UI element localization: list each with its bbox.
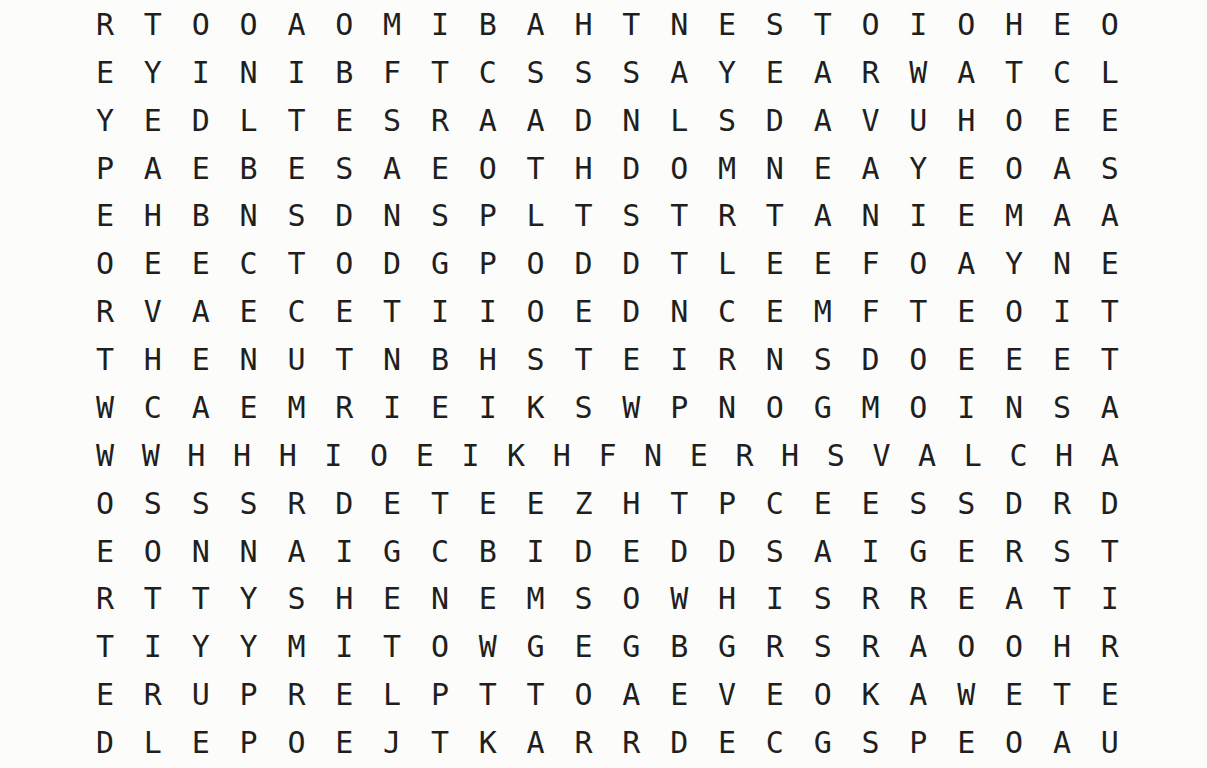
grid-cell[interactable]: S xyxy=(862,728,880,758)
grid-cell[interactable]: E xyxy=(1005,680,1023,710)
grid-cell[interactable]: R xyxy=(1053,489,1071,519)
grid-cell[interactable]: B xyxy=(192,201,210,231)
grid-cell[interactable]: N xyxy=(240,201,258,231)
grid-cell[interactable]: E xyxy=(1005,345,1023,375)
grid-cell[interactable]: O xyxy=(335,249,353,279)
grid-cell[interactable]: N xyxy=(1005,393,1023,423)
grid-cell[interactable]: B xyxy=(479,537,497,567)
grid-cell[interactable]: O xyxy=(862,10,880,40)
grid-cell[interactable]: C xyxy=(240,249,258,279)
grid-cell[interactable]: W xyxy=(957,680,975,710)
grid-cell[interactable]: E xyxy=(240,297,258,327)
grid-cell[interactable]: A xyxy=(622,680,640,710)
grid-cell[interactable]: O xyxy=(240,10,258,40)
grid-cell[interactable]: H xyxy=(1005,10,1023,40)
grid-cell[interactable]: R xyxy=(718,345,736,375)
grid-cell[interactable]: C xyxy=(1009,441,1027,471)
grid-cell[interactable]: I xyxy=(192,58,210,88)
grid-cell[interactable]: E xyxy=(192,728,210,758)
grid-cell[interactable]: L xyxy=(240,106,258,136)
grid-cell[interactable]: W xyxy=(96,441,114,471)
grid-cell[interactable]: R xyxy=(96,297,114,327)
grid-cell[interactable]: E xyxy=(957,728,975,758)
grid-cell[interactable]: S xyxy=(527,58,545,88)
grid-cell[interactable]: S xyxy=(240,489,258,519)
grid-cell[interactable]: H xyxy=(781,441,799,471)
grid-cell[interactable]: E xyxy=(718,10,736,40)
grid-cell[interactable]: O xyxy=(957,632,975,662)
grid-cell[interactable]: P xyxy=(96,154,114,184)
grid-cell[interactable]: E xyxy=(957,201,975,231)
grid-cell[interactable]: E xyxy=(96,58,114,88)
grid-cell[interactable]: L xyxy=(964,441,982,471)
grid-cell[interactable]: L xyxy=(383,680,401,710)
grid-cell[interactable]: T xyxy=(335,345,353,375)
grid-cell[interactable]: I xyxy=(335,632,353,662)
grid-cell[interactable]: D xyxy=(335,489,353,519)
grid-cell[interactable]: E xyxy=(814,154,832,184)
grid-cell[interactable]: R xyxy=(735,441,753,471)
grid-cell[interactable]: C xyxy=(431,537,449,567)
grid-cell[interactable]: O xyxy=(370,441,388,471)
grid-cell[interactable]: R xyxy=(335,393,353,423)
grid-cell[interactable]: N xyxy=(766,345,784,375)
grid-cell[interactable]: H xyxy=(187,441,205,471)
grid-cell[interactable]: M xyxy=(862,393,880,423)
grid-cell[interactable]: F xyxy=(598,441,616,471)
grid-cell[interactable]: A xyxy=(957,58,975,88)
grid-cell[interactable]: G xyxy=(527,632,545,662)
grid-cell[interactable]: D xyxy=(622,249,640,279)
grid-cell[interactable]: D xyxy=(335,201,353,231)
grid-cell[interactable]: Y xyxy=(144,58,162,88)
grid-cell[interactable]: H xyxy=(335,584,353,614)
grid-cell[interactable]: P xyxy=(240,680,258,710)
grid-cell[interactable]: R xyxy=(766,632,784,662)
grid-cell[interactable]: A xyxy=(383,154,401,184)
grid-cell[interactable]: E xyxy=(287,154,305,184)
grid-cell[interactable]: O xyxy=(144,537,162,567)
grid-cell[interactable]: A xyxy=(918,441,936,471)
grid-cell[interactable]: H xyxy=(622,489,640,519)
grid-cell[interactable]: N xyxy=(240,58,258,88)
grid-cell[interactable]: H xyxy=(718,584,736,614)
grid-cell[interactable]: O xyxy=(909,393,927,423)
grid-cell[interactable]: S xyxy=(574,393,592,423)
grid-cell[interactable]: T xyxy=(144,10,162,40)
grid-cell[interactable]: M xyxy=(287,393,305,423)
grid-cell[interactable]: O xyxy=(957,10,975,40)
grid-cell[interactable]: K xyxy=(862,680,880,710)
grid-cell[interactable]: O xyxy=(766,393,784,423)
grid-cell[interactable]: S xyxy=(622,58,640,88)
grid-cell[interactable]: G xyxy=(909,537,927,567)
grid-cell[interactable]: S xyxy=(287,201,305,231)
grid-cell[interactable]: T xyxy=(766,201,784,231)
grid-cell[interactable]: S xyxy=(574,58,592,88)
grid-cell[interactable]: O xyxy=(527,249,545,279)
grid-cell[interactable]: S xyxy=(192,489,210,519)
grid-cell[interactable]: B xyxy=(670,632,688,662)
grid-cell[interactable]: W xyxy=(622,393,640,423)
grid-cell[interactable]: F xyxy=(383,58,401,88)
grid-cell[interactable]: T xyxy=(670,249,688,279)
grid-cell[interactable]: M xyxy=(287,632,305,662)
grid-cell[interactable]: T xyxy=(670,201,688,231)
grid-cell[interactable]: M xyxy=(383,10,401,40)
grid-cell[interactable]: T xyxy=(814,10,832,40)
grid-cell[interactable]: D xyxy=(574,537,592,567)
grid-cell[interactable]: C xyxy=(479,58,497,88)
grid-cell[interactable]: E xyxy=(96,201,114,231)
grid-cell[interactable]: Y xyxy=(909,154,927,184)
grid-cell[interactable]: N xyxy=(718,393,736,423)
grid-cell[interactable]: D xyxy=(622,154,640,184)
grid-cell[interactable]: T xyxy=(1053,584,1071,614)
grid-cell[interactable]: H xyxy=(279,441,297,471)
grid-cell[interactable]: A xyxy=(670,58,688,88)
grid-cell[interactable]: E xyxy=(862,489,880,519)
grid-cell[interactable]: U xyxy=(287,345,305,375)
grid-cell[interactable]: A xyxy=(814,537,832,567)
grid-cell[interactable]: P xyxy=(240,728,258,758)
grid-cell[interactable]: K xyxy=(527,393,545,423)
grid-cell[interactable]: E xyxy=(96,537,114,567)
grid-cell[interactable]: O xyxy=(192,10,210,40)
grid-cell[interactable]: T xyxy=(622,10,640,40)
grid-cell[interactable]: R xyxy=(718,201,736,231)
grid-cell[interactable]: E xyxy=(957,584,975,614)
grid-cell[interactable]: T xyxy=(431,58,449,88)
grid-cell[interactable]: C xyxy=(766,489,784,519)
grid-cell[interactable]: L xyxy=(144,728,162,758)
grid-cell[interactable]: E xyxy=(1101,249,1119,279)
grid-cell[interactable]: G xyxy=(431,249,449,279)
grid-cell[interactable]: E xyxy=(814,489,832,519)
grid-cell[interactable]: E xyxy=(957,345,975,375)
grid-cell[interactable]: C xyxy=(766,728,784,758)
grid-cell[interactable]: I xyxy=(479,297,497,327)
grid-cell[interactable]: M xyxy=(814,297,832,327)
grid-cell[interactable]: D xyxy=(862,345,880,375)
grid-cell[interactable]: O xyxy=(431,632,449,662)
grid-cell[interactable]: S xyxy=(766,537,784,567)
grid-cell[interactable]: H xyxy=(479,345,497,375)
grid-cell[interactable]: A xyxy=(1053,201,1071,231)
grid-cell[interactable]: D xyxy=(670,537,688,567)
grid-cell[interactable]: S xyxy=(622,201,640,231)
grid-cell[interactable]: S xyxy=(957,489,975,519)
grid-cell[interactable]: B xyxy=(479,10,497,40)
grid-cell[interactable]: N xyxy=(862,201,880,231)
grid-cell[interactable]: H xyxy=(233,441,251,471)
grid-cell[interactable]: T xyxy=(192,584,210,614)
grid-cell[interactable]: N xyxy=(240,537,258,567)
grid-cell[interactable]: I xyxy=(957,393,975,423)
grid-cell[interactable]: A xyxy=(1053,728,1071,758)
grid-cell[interactable]: O xyxy=(1101,10,1119,40)
grid-cell[interactable]: E xyxy=(1101,680,1119,710)
grid-cell[interactable]: C xyxy=(287,297,305,327)
grid-cell[interactable]: E xyxy=(431,154,449,184)
grid-cell[interactable]: P xyxy=(479,249,497,279)
grid-cell[interactable]: O xyxy=(527,297,545,327)
grid-cell[interactable]: T xyxy=(144,584,162,614)
grid-cell[interactable]: C xyxy=(718,297,736,327)
grid-cell[interactable]: T xyxy=(1101,345,1119,375)
grid-cell[interactable]: S xyxy=(814,345,832,375)
grid-cell[interactable]: T xyxy=(479,680,497,710)
grid-cell[interactable]: E xyxy=(144,106,162,136)
grid-cell[interactable]: I xyxy=(335,537,353,567)
grid-cell[interactable]: S xyxy=(574,584,592,614)
grid-cell[interactable]: H xyxy=(1053,632,1071,662)
grid-cell[interactable]: S xyxy=(335,154,353,184)
grid-cell[interactable]: H xyxy=(144,345,162,375)
grid-cell[interactable]: D xyxy=(192,106,210,136)
grid-cell[interactable]: F xyxy=(862,249,880,279)
grid-cell[interactable]: E xyxy=(814,249,832,279)
grid-cell[interactable]: E xyxy=(574,632,592,662)
grid-cell[interactable]: I xyxy=(287,58,305,88)
grid-cell[interactable]: T xyxy=(1053,680,1071,710)
grid-cell[interactable]: O xyxy=(670,154,688,184)
grid-cell[interactable]: I xyxy=(527,537,545,567)
grid-cell[interactable]: O xyxy=(96,249,114,279)
grid-cell[interactable]: O xyxy=(909,249,927,279)
grid-cell[interactable]: R xyxy=(1005,537,1023,567)
grid-cell[interactable]: V xyxy=(718,680,736,710)
grid-cell[interactable]: S xyxy=(1101,154,1119,184)
grid-cell[interactable]: O xyxy=(814,680,832,710)
grid-cell[interactable]: E xyxy=(383,489,401,519)
grid-cell[interactable]: H xyxy=(574,10,592,40)
grid-cell[interactable]: O xyxy=(96,489,114,519)
grid-cell[interactable]: A xyxy=(192,297,210,327)
grid-cell[interactable]: R xyxy=(96,10,114,40)
grid-cell[interactable]: T xyxy=(574,345,592,375)
grid-cell[interactable]: S xyxy=(287,584,305,614)
grid-cell[interactable]: O xyxy=(1005,297,1023,327)
grid-cell[interactable]: S xyxy=(814,632,832,662)
grid-cell[interactable]: T xyxy=(96,632,114,662)
grid-cell[interactable]: A xyxy=(862,154,880,184)
grid-cell[interactable]: A xyxy=(909,680,927,710)
grid-cell[interactable]: T xyxy=(670,489,688,519)
grid-cell[interactable]: B xyxy=(240,154,258,184)
grid-cell[interactable]: R xyxy=(96,584,114,614)
grid-cell[interactable]: E xyxy=(690,441,708,471)
grid-cell[interactable]: A xyxy=(1101,441,1119,471)
grid-cell[interactable]: O xyxy=(1005,632,1023,662)
grid-cell[interactable]: D xyxy=(1005,489,1023,519)
grid-cell[interactable]: W xyxy=(96,393,114,423)
grid-cell[interactable]: U xyxy=(909,106,927,136)
grid-cell[interactable]: E xyxy=(335,297,353,327)
grid-cell[interactable]: S xyxy=(383,106,401,136)
grid-cell[interactable]: H xyxy=(1055,441,1073,471)
grid-cell[interactable]: H xyxy=(553,441,571,471)
grid-cell[interactable]: R xyxy=(1101,632,1119,662)
grid-cell[interactable]: A xyxy=(479,106,497,136)
grid-cell[interactable]: M xyxy=(718,154,736,184)
grid-cell[interactable]: E xyxy=(192,249,210,279)
grid-cell[interactable]: A xyxy=(1101,201,1119,231)
grid-cell[interactable]: O xyxy=(1005,154,1023,184)
grid-cell[interactable]: N xyxy=(192,537,210,567)
grid-cell[interactable]: T xyxy=(383,297,401,327)
grid-cell[interactable]: K xyxy=(507,441,525,471)
grid-cell[interactable]: P xyxy=(909,728,927,758)
grid-cell[interactable]: P xyxy=(479,201,497,231)
grid-cell[interactable]: S xyxy=(1053,393,1071,423)
grid-cell[interactable]: V xyxy=(872,441,890,471)
grid-cell[interactable]: A xyxy=(957,249,975,279)
grid-cell[interactable]: L xyxy=(718,249,736,279)
grid-cell[interactable]: U xyxy=(192,680,210,710)
grid-cell[interactable]: R xyxy=(144,680,162,710)
grid-cell[interactable]: E xyxy=(1053,106,1071,136)
grid-cell[interactable]: Y xyxy=(718,58,736,88)
grid-cell[interactable]: E xyxy=(670,680,688,710)
grid-cell[interactable]: T xyxy=(909,297,927,327)
grid-cell[interactable]: D xyxy=(96,728,114,758)
grid-cell[interactable]: P xyxy=(670,393,688,423)
grid-cell[interactable]: Y xyxy=(240,632,258,662)
grid-cell[interactable]: E xyxy=(192,154,210,184)
grid-cell[interactable]: S xyxy=(814,584,832,614)
grid-cell[interactable]: O xyxy=(335,10,353,40)
grid-cell[interactable]: N xyxy=(670,10,688,40)
grid-cell[interactable]: T xyxy=(287,106,305,136)
grid-cell[interactable]: O xyxy=(1005,106,1023,136)
grid-cell[interactable]: E xyxy=(766,249,784,279)
grid-cell[interactable]: E xyxy=(718,728,736,758)
grid-cell[interactable]: N xyxy=(240,345,258,375)
grid-cell[interactable]: H xyxy=(574,154,592,184)
grid-cell[interactable]: G xyxy=(622,632,640,662)
grid-cell[interactable]: I xyxy=(383,393,401,423)
grid-cell[interactable]: L xyxy=(1101,58,1119,88)
grid-cell[interactable]: R xyxy=(862,58,880,88)
grid-cell[interactable]: V xyxy=(144,297,162,327)
grid-cell[interactable]: C xyxy=(144,393,162,423)
grid-cell[interactable]: S xyxy=(827,441,845,471)
grid-cell[interactable]: I xyxy=(670,345,688,375)
grid-cell[interactable]: I xyxy=(144,632,162,662)
grid-cell[interactable]: W xyxy=(479,632,497,662)
grid-cell[interactable]: Y xyxy=(96,106,114,136)
grid-cell[interactable]: N xyxy=(1053,249,1071,279)
grid-cell[interactable]: O xyxy=(909,345,927,375)
grid-cell[interactable]: T xyxy=(96,345,114,375)
grid-cell[interactable]: Y xyxy=(192,632,210,662)
grid-cell[interactable]: R xyxy=(622,728,640,758)
grid-cell[interactable]: N xyxy=(431,584,449,614)
grid-cell[interactable]: R xyxy=(287,489,305,519)
grid-cell[interactable]: A xyxy=(909,632,927,662)
grid-cell[interactable]: M xyxy=(527,584,545,614)
grid-cell[interactable]: S xyxy=(431,201,449,231)
grid-cell[interactable]: I xyxy=(1101,584,1119,614)
grid-cell[interactable]: E xyxy=(622,537,640,567)
grid-cell[interactable]: E xyxy=(1101,106,1119,136)
grid-cell[interactable]: Z xyxy=(574,489,592,519)
grid-cell[interactable]: I xyxy=(431,10,449,40)
grid-cell[interactable]: U xyxy=(1101,728,1119,758)
grid-cell[interactable]: I xyxy=(862,537,880,567)
grid-cell[interactable]: O xyxy=(1005,728,1023,758)
grid-cell[interactable]: N xyxy=(766,154,784,184)
grid-cell[interactable]: I xyxy=(324,441,342,471)
grid-cell[interactable]: N xyxy=(670,297,688,327)
grid-cell[interactable]: O xyxy=(574,680,592,710)
grid-cell[interactable]: E xyxy=(192,345,210,375)
grid-cell[interactable]: D xyxy=(383,249,401,279)
grid-cell[interactable]: E xyxy=(96,680,114,710)
grid-cell[interactable]: I xyxy=(479,393,497,423)
grid-cell[interactable]: A xyxy=(192,393,210,423)
grid-cell[interactable]: E xyxy=(240,393,258,423)
grid-cell[interactable]: O xyxy=(287,728,305,758)
grid-cell[interactable]: A xyxy=(144,154,162,184)
grid-cell[interactable]: S xyxy=(1053,537,1071,567)
grid-cell[interactable]: P xyxy=(718,489,736,519)
grid-cell[interactable]: W xyxy=(670,584,688,614)
grid-cell[interactable]: A xyxy=(527,728,545,758)
grid-cell[interactable]: A xyxy=(527,106,545,136)
grid-cell[interactable]: T xyxy=(1101,537,1119,567)
grid-cell[interactable]: T xyxy=(431,728,449,758)
grid-cell[interactable]: R xyxy=(574,728,592,758)
grid-cell[interactable]: R xyxy=(862,584,880,614)
grid-cell[interactable]: A xyxy=(1005,584,1023,614)
grid-cell[interactable]: V xyxy=(862,106,880,136)
grid-cell[interactable]: F xyxy=(862,297,880,327)
grid-cell[interactable]: E xyxy=(479,489,497,519)
grid-cell[interactable]: E xyxy=(766,58,784,88)
grid-cell[interactable]: D xyxy=(574,106,592,136)
grid-cell[interactable]: G xyxy=(814,728,832,758)
grid-cell[interactable]: E xyxy=(622,345,640,375)
grid-cell[interactable]: T xyxy=(527,680,545,710)
grid-cell[interactable]: E xyxy=(957,297,975,327)
grid-cell[interactable]: A xyxy=(287,537,305,567)
grid-cell[interactable]: D xyxy=(670,728,688,758)
grid-cell[interactable]: E xyxy=(957,154,975,184)
grid-cell[interactable]: B xyxy=(335,58,353,88)
grid-cell[interactable]: E xyxy=(144,249,162,279)
grid-cell[interactable]: B xyxy=(431,345,449,375)
grid-cell[interactable]: D xyxy=(718,537,736,567)
grid-cell[interactable]: T xyxy=(574,201,592,231)
grid-cell[interactable]: T xyxy=(1005,58,1023,88)
grid-cell[interactable]: E xyxy=(335,680,353,710)
grid-cell[interactable]: D xyxy=(1101,489,1119,519)
grid-cell[interactable]: S xyxy=(766,10,784,40)
grid-cell[interactable]: Y xyxy=(1005,249,1023,279)
grid-cell[interactable]: I xyxy=(909,201,927,231)
grid-cell[interactable]: A xyxy=(814,58,832,88)
grid-cell[interactable]: P xyxy=(431,680,449,710)
grid-cell[interactable]: S xyxy=(144,489,162,519)
grid-cell[interactable]: R xyxy=(431,106,449,136)
grid-cell[interactable]: I xyxy=(766,584,784,614)
grid-cell[interactable]: D xyxy=(574,249,592,279)
grid-cell[interactable]: T xyxy=(287,249,305,279)
grid-cell[interactable]: H xyxy=(144,201,162,231)
grid-cell[interactable]: T xyxy=(1101,297,1119,327)
